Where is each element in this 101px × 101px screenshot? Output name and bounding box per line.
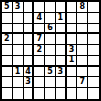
- sudoku-cell[interactable]: [67, 88, 78, 99]
- sudoku-cell[interactable]: 2: [34, 45, 45, 56]
- sudoku-cell[interactable]: 3: [13, 2, 24, 13]
- sudoku-cell[interactable]: [56, 2, 67, 13]
- sudoku-cell[interactable]: [13, 88, 24, 99]
- sudoku-cell[interactable]: [56, 88, 67, 99]
- sudoku-cell[interactable]: [34, 2, 45, 13]
- sudoku-cell[interactable]: [45, 88, 56, 99]
- sudoku-cell[interactable]: 5: [2, 2, 13, 13]
- sudoku-cell[interactable]: [77, 56, 88, 67]
- sudoku-cell[interactable]: [13, 24, 24, 35]
- sudoku-cell[interactable]: [88, 56, 99, 67]
- sudoku-cell[interactable]: [13, 45, 24, 56]
- sudoku-cell[interactable]: [67, 67, 78, 78]
- sudoku-cell[interactable]: [77, 13, 88, 24]
- sudoku-cell[interactable]: [45, 34, 56, 45]
- sudoku-cell[interactable]: [56, 34, 67, 45]
- sudoku-cell[interactable]: [34, 56, 45, 67]
- sudoku-cell[interactable]: [88, 67, 99, 78]
- sudoku-cell[interactable]: 1: [13, 67, 24, 78]
- sudoku-cell[interactable]: [24, 24, 35, 35]
- sudoku-cell[interactable]: [34, 88, 45, 99]
- sudoku-cell[interactable]: 1: [56, 13, 67, 24]
- sudoku-cell[interactable]: [34, 67, 45, 78]
- sudoku-cell[interactable]: 2: [2, 34, 13, 45]
- sudoku-board: 53841627231145337: [0, 0, 101, 101]
- sudoku-cell[interactable]: [2, 67, 13, 78]
- sudoku-cell[interactable]: [13, 56, 24, 67]
- sudoku-cell[interactable]: 4: [24, 67, 35, 78]
- sudoku-cell[interactable]: [2, 88, 13, 99]
- sudoku-cell[interactable]: [77, 67, 88, 78]
- sudoku-cell[interactable]: [2, 45, 13, 56]
- sudoku-cell[interactable]: 7: [34, 34, 45, 45]
- sudoku-cell[interactable]: [88, 88, 99, 99]
- sudoku-cell[interactable]: 7: [77, 77, 88, 88]
- sudoku-cell[interactable]: [45, 77, 56, 88]
- sudoku-cell[interactable]: [88, 45, 99, 56]
- sudoku-cell[interactable]: [88, 2, 99, 13]
- sudoku-cell[interactable]: [77, 45, 88, 56]
- sudoku-cell[interactable]: [67, 2, 78, 13]
- sudoku-cell[interactable]: [2, 13, 13, 24]
- sudoku-cell[interactable]: [67, 13, 78, 24]
- sudoku-cell[interactable]: [45, 56, 56, 67]
- sudoku-cell[interactable]: [34, 77, 45, 88]
- sudoku-cell[interactable]: 8: [77, 2, 88, 13]
- sudoku-cell[interactable]: [77, 88, 88, 99]
- sudoku-cell[interactable]: [88, 34, 99, 45]
- sudoku-cell[interactable]: [24, 2, 35, 13]
- sudoku-cell[interactable]: [88, 77, 99, 88]
- sudoku-cell[interactable]: 6: [45, 24, 56, 35]
- sudoku-cell[interactable]: [88, 24, 99, 35]
- sudoku-cell[interactable]: 1: [67, 56, 78, 67]
- sudoku-cell[interactable]: [24, 88, 35, 99]
- sudoku-cell[interactable]: [56, 24, 67, 35]
- sudoku-cell[interactable]: [45, 2, 56, 13]
- sudoku-cell[interactable]: [34, 24, 45, 35]
- sudoku-cell[interactable]: [67, 24, 78, 35]
- sudoku-cell[interactable]: [24, 34, 35, 45]
- sudoku-cell[interactable]: [77, 34, 88, 45]
- sudoku-cell[interactable]: [24, 45, 35, 56]
- sudoku-cell[interactable]: [13, 34, 24, 45]
- sudoku-cell[interactable]: [77, 24, 88, 35]
- sudoku-cell[interactable]: [45, 13, 56, 24]
- sudoku-cell[interactable]: [13, 77, 24, 88]
- sudoku-cell[interactable]: [67, 77, 78, 88]
- sudoku-cell[interactable]: [2, 77, 13, 88]
- sudoku-cell[interactable]: [2, 56, 13, 67]
- sudoku-cell[interactable]: [56, 56, 67, 67]
- sudoku-cell[interactable]: [88, 13, 99, 24]
- sudoku-cell[interactable]: 4: [34, 13, 45, 24]
- sudoku-cell[interactable]: [13, 13, 24, 24]
- sudoku-cell[interactable]: [56, 45, 67, 56]
- sudoku-cell[interactable]: 3: [56, 67, 67, 78]
- sudoku-cell[interactable]: 5: [45, 67, 56, 78]
- sudoku-cell[interactable]: [67, 34, 78, 45]
- sudoku-cell[interactable]: [45, 45, 56, 56]
- sudoku-cell[interactable]: [2, 24, 13, 35]
- sudoku-cell[interactable]: 3: [24, 77, 35, 88]
- sudoku-cell[interactable]: 3: [67, 45, 78, 56]
- sudoku-cell[interactable]: [24, 56, 35, 67]
- sudoku-cell[interactable]: [24, 13, 35, 24]
- sudoku-cell[interactable]: [56, 77, 67, 88]
